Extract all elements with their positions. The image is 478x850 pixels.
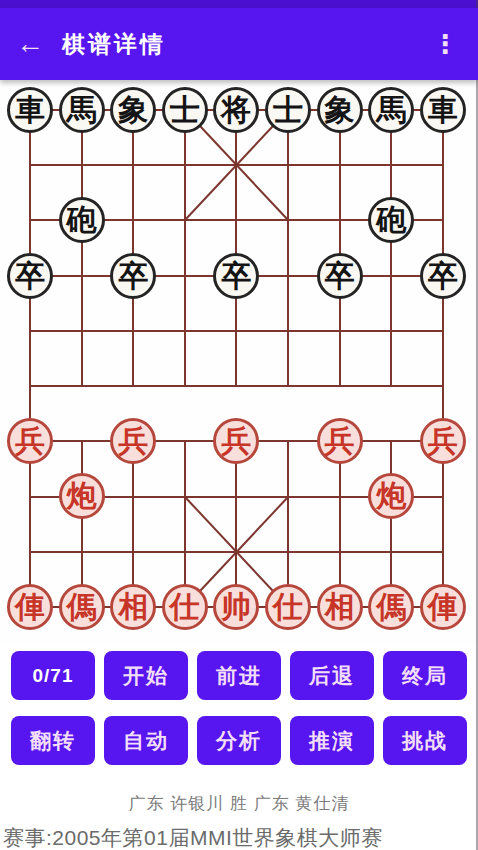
- board-intersection[interactable]: [56, 524, 108, 579]
- forward-button[interactable]: 前进: [197, 651, 281, 700]
- piece-black-卒[interactable]: 卒: [420, 253, 466, 299]
- piece-black-車[interactable]: 車: [420, 87, 466, 133]
- board-intersection[interactable]: 傌: [365, 579, 417, 634]
- board-intersection[interactable]: [262, 248, 314, 303]
- board-intersection[interactable]: [4, 193, 56, 248]
- board-intersection[interactable]: 相: [107, 579, 159, 634]
- board-intersection[interactable]: 士: [159, 82, 211, 137]
- board-intersection[interactable]: [211, 469, 263, 524]
- piece-red-相[interactable]: 相: [110, 584, 156, 630]
- back-arrow-icon[interactable]: ←: [16, 28, 62, 60]
- piece-black-砲[interactable]: 砲: [59, 197, 105, 243]
- board-intersection[interactable]: [159, 138, 211, 193]
- board-intersection[interactable]: [4, 469, 56, 524]
- board-intersection[interactable]: [107, 138, 159, 193]
- board-intersection[interactable]: [107, 303, 159, 358]
- board-intersection[interactable]: [262, 358, 314, 413]
- players-result: 广东 许银川 胜 广东 黄仕清: [0, 792, 478, 815]
- board-intersection[interactable]: [365, 358, 417, 413]
- board-intersection[interactable]: 砲: [365, 193, 417, 248]
- board-intersection[interactable]: 馬: [56, 82, 108, 137]
- piece-black-車[interactable]: 車: [7, 87, 53, 133]
- board-intersection[interactable]: 傌: [56, 579, 108, 634]
- board-intersection[interactable]: [365, 248, 417, 303]
- piece-black-象[interactable]: 象: [317, 87, 363, 133]
- board-intersection[interactable]: [107, 469, 159, 524]
- board-intersection[interactable]: 卒: [107, 248, 159, 303]
- board-intersection[interactable]: 兵: [211, 414, 263, 469]
- board-intersection[interactable]: [314, 138, 366, 193]
- board-intersection[interactable]: [4, 138, 56, 193]
- board-intersection[interactable]: 士: [262, 82, 314, 137]
- board-intersection[interactable]: 卒: [4, 248, 56, 303]
- board-intersection[interactable]: [314, 193, 366, 248]
- board-intersection[interactable]: [159, 248, 211, 303]
- board-intersection[interactable]: [159, 193, 211, 248]
- board-intersection[interactable]: [417, 469, 469, 524]
- board-intersection[interactable]: [211, 193, 263, 248]
- overflow-menu-icon[interactable]: ⋮: [428, 29, 462, 60]
- board-intersection[interactable]: 帅: [211, 579, 263, 634]
- board-intersection[interactable]: [211, 303, 263, 358]
- board-intersection[interactable]: 炮: [56, 469, 108, 524]
- board-intersection[interactable]: 兵: [107, 414, 159, 469]
- control-panel: 0/71 开始 前进 后退 终局 翻转 自动 分析 推演 挑战: [0, 643, 478, 765]
- piece-red-兵[interactable]: 兵: [213, 418, 259, 464]
- board-intersection[interactable]: 仕: [159, 579, 211, 634]
- board-intersection[interactable]: [56, 414, 108, 469]
- board-intersection[interactable]: [211, 524, 263, 579]
- board-intersection[interactable]: [365, 414, 417, 469]
- board-intersection[interactable]: 馬: [365, 82, 417, 137]
- piece-black-砲[interactable]: 砲: [368, 197, 414, 243]
- piece-black-士[interactable]: 士: [265, 87, 311, 133]
- board-grid: 車馬象士将士象馬車砲砲卒卒卒卒卒兵兵兵兵兵炮炮俥傌相仕帅仕相傌俥: [4, 82, 468, 634]
- piece-red-兵[interactable]: 兵: [7, 418, 53, 464]
- board-intersection[interactable]: [211, 138, 263, 193]
- piece-red-兵[interactable]: 兵: [420, 418, 466, 464]
- board-intersection[interactable]: [211, 358, 263, 413]
- board-intersection[interactable]: [314, 524, 366, 579]
- board-intersection[interactable]: [56, 303, 108, 358]
- board-intersection[interactable]: [262, 524, 314, 579]
- board-intersection[interactable]: [262, 138, 314, 193]
- board-intersection[interactable]: 相: [314, 579, 366, 634]
- board-intersection[interactable]: [4, 358, 56, 413]
- board-intersection[interactable]: 卒: [211, 248, 263, 303]
- board-intersection[interactable]: [56, 358, 108, 413]
- board-intersection[interactable]: [314, 303, 366, 358]
- board-intersection[interactable]: [417, 193, 469, 248]
- board-intersection[interactable]: 将: [211, 82, 263, 137]
- board-intersection[interactable]: 車: [417, 82, 469, 137]
- board-intersection[interactable]: 兵: [4, 414, 56, 469]
- board-intersection[interactable]: 仕: [262, 579, 314, 634]
- board-intersection[interactable]: [314, 469, 366, 524]
- piece-red-俥[interactable]: 俥: [7, 584, 53, 630]
- piece-black-馬[interactable]: 馬: [368, 87, 414, 133]
- board-intersection[interactable]: 砲: [56, 193, 108, 248]
- board-intersection[interactable]: [262, 303, 314, 358]
- board-intersection[interactable]: [417, 358, 469, 413]
- xiangqi-board: 車馬象士将士象馬車砲砲卒卒卒卒卒兵兵兵兵兵炮炮俥傌相仕帅仕相傌俥: [0, 80, 478, 643]
- board-intersection[interactable]: [4, 303, 56, 358]
- piece-red-炮[interactable]: 炮: [368, 473, 414, 519]
- board-intersection[interactable]: [4, 524, 56, 579]
- board-intersection[interactable]: [107, 524, 159, 579]
- board-intersection[interactable]: 炮: [365, 469, 417, 524]
- start-button[interactable]: 开始: [104, 651, 188, 700]
- board-intersection[interactable]: [262, 414, 314, 469]
- piece-red-兵[interactable]: 兵: [317, 418, 363, 464]
- move-counter-button[interactable]: 0/71: [11, 651, 95, 700]
- back-button[interactable]: 后退: [290, 651, 374, 700]
- piece-black-馬[interactable]: 馬: [59, 87, 105, 133]
- piece-black-卒[interactable]: 卒: [317, 253, 363, 299]
- piece-red-傌[interactable]: 傌: [59, 584, 105, 630]
- board-intersection[interactable]: 車: [4, 82, 56, 137]
- piece-black-卒[interactable]: 卒: [213, 253, 259, 299]
- board-intersection[interactable]: [159, 524, 211, 579]
- piece-black-卒[interactable]: 卒: [7, 253, 53, 299]
- board-intersection[interactable]: 卒: [314, 248, 366, 303]
- piece-black-将[interactable]: 将: [213, 87, 259, 133]
- board-intersection[interactable]: [107, 193, 159, 248]
- board-intersection[interactable]: [56, 138, 108, 193]
- event-info: 赛事:2005年第01届MMI世界象棋大师赛: [0, 824, 478, 850]
- flip-button[interactable]: 翻转: [11, 716, 95, 765]
- challenge-button[interactable]: 挑战: [383, 716, 467, 765]
- board-intersection[interactable]: [365, 138, 417, 193]
- piece-red-傌[interactable]: 傌: [368, 584, 414, 630]
- piece-red-仕[interactable]: 仕: [162, 584, 208, 630]
- auto-button[interactable]: 自动: [104, 716, 188, 765]
- board-intersection[interactable]: [262, 469, 314, 524]
- board-intersection[interactable]: [56, 248, 108, 303]
- piece-black-象[interactable]: 象: [110, 87, 156, 133]
- board-intersection[interactable]: 象: [314, 82, 366, 137]
- board-intersection[interactable]: [365, 303, 417, 358]
- board-intersection[interactable]: [159, 303, 211, 358]
- control-row-2: 翻转 自动 分析 推演 挑战: [11, 716, 467, 765]
- piece-red-俥[interactable]: 俥: [420, 584, 466, 630]
- page-title: 棋谱详情: [62, 29, 166, 60]
- piece-red-帅[interactable]: 帅: [213, 584, 259, 630]
- control-row-1: 0/71 开始 前进 后退 终局: [11, 651, 467, 700]
- status-bar: [0, 0, 478, 8]
- board-intersection[interactable]: 卒: [417, 248, 469, 303]
- end-button[interactable]: 终局: [383, 651, 467, 700]
- board-intersection[interactable]: [314, 358, 366, 413]
- board-intersection[interactable]: 俥: [417, 579, 469, 634]
- board-intersection[interactable]: 兵: [417, 414, 469, 469]
- board-intersection[interactable]: [262, 193, 314, 248]
- board-intersection[interactable]: 俥: [4, 579, 56, 634]
- piece-red-炮[interactable]: 炮: [59, 473, 105, 519]
- piece-black-士[interactable]: 士: [162, 87, 208, 133]
- piece-red-仕[interactable]: 仕: [265, 584, 311, 630]
- board-intersection[interactable]: 兵: [314, 414, 366, 469]
- board-intersection[interactable]: [159, 469, 211, 524]
- deduce-button[interactable]: 推演: [290, 716, 374, 765]
- analyze-button[interactable]: 分析: [197, 716, 281, 765]
- board-intersection[interactable]: [159, 358, 211, 413]
- board-intersection[interactable]: [417, 524, 469, 579]
- board-intersection[interactable]: [417, 303, 469, 358]
- piece-black-卒[interactable]: 卒: [110, 253, 156, 299]
- board-intersection[interactable]: [417, 138, 469, 193]
- board-intersection[interactable]: [365, 524, 417, 579]
- piece-red-相[interactable]: 相: [317, 584, 363, 630]
- board-intersection[interactable]: [107, 358, 159, 413]
- piece-red-兵[interactable]: 兵: [110, 418, 156, 464]
- board-intersection[interactable]: 象: [107, 82, 159, 137]
- board-intersection[interactable]: [159, 414, 211, 469]
- app-bar: ← 棋谱详情 ⋮: [0, 8, 478, 80]
